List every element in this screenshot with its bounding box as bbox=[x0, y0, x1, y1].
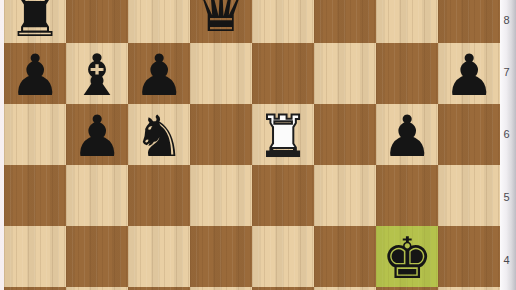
square-g8[interactable] bbox=[376, 0, 438, 43]
square-g4[interactable]: ♚ bbox=[376, 226, 438, 287]
square-f5[interactable] bbox=[314, 165, 376, 226]
square-d5[interactable] bbox=[190, 165, 252, 226]
square-a7[interactable]: ♟ bbox=[4, 43, 66, 104]
square-c7[interactable]: ♟ bbox=[128, 43, 190, 104]
square-h5[interactable] bbox=[438, 165, 500, 226]
square-c8[interactable] bbox=[128, 0, 190, 43]
piece-black-pawn: ♟ bbox=[71, 108, 122, 165]
square-g5[interactable] bbox=[376, 165, 438, 226]
square-f8[interactable] bbox=[314, 0, 376, 43]
piece-black-rook: ♜ bbox=[4, 0, 66, 46]
square-e8[interactable] bbox=[252, 0, 314, 43]
piece-white-rook: ♜ bbox=[257, 108, 308, 165]
square-d7[interactable] bbox=[190, 43, 252, 104]
square-e4[interactable] bbox=[252, 226, 314, 287]
square-g7[interactable] bbox=[376, 43, 438, 104]
square-d6[interactable] bbox=[190, 104, 252, 165]
square-e5[interactable] bbox=[252, 165, 314, 226]
square-e7[interactable] bbox=[252, 43, 314, 104]
square-f6[interactable] bbox=[314, 104, 376, 165]
rank-coordinate-strip: 8 7 6 5 4 bbox=[500, 0, 516, 290]
piece-black-pawn: ♟ bbox=[9, 47, 60, 104]
square-d8[interactable]: ♛ bbox=[190, 0, 252, 43]
square-b5[interactable] bbox=[66, 165, 128, 226]
rank-label-6: 6 bbox=[500, 128, 513, 141]
square-a5[interactable] bbox=[4, 165, 66, 226]
chess-screen: ♜♛♟♝♟♟♟♞♜♟♚ 8 7 6 5 4 bbox=[0, 0, 516, 290]
piece-black-bishop: ♝ bbox=[71, 47, 122, 104]
chess-board: ♜♛♟♝♟♟♟♞♜♟♚ bbox=[4, 0, 500, 290]
square-a8[interactable]: ♜ bbox=[4, 0, 66, 43]
rank-label-7: 7 bbox=[500, 66, 513, 79]
rank-label-8: 8 bbox=[500, 14, 513, 27]
square-h4[interactable] bbox=[438, 226, 500, 287]
square-c5[interactable] bbox=[128, 165, 190, 226]
piece-black-knight: ♞ bbox=[133, 108, 184, 165]
square-g6[interactable]: ♟ bbox=[376, 104, 438, 165]
rank-label-4: 4 bbox=[500, 254, 513, 267]
square-b7[interactable]: ♝ bbox=[66, 43, 128, 104]
square-d4[interactable] bbox=[190, 226, 252, 287]
square-c4[interactable] bbox=[128, 226, 190, 287]
square-h6[interactable] bbox=[438, 104, 500, 165]
square-b8[interactable] bbox=[66, 0, 128, 43]
piece-black-pawn: ♟ bbox=[381, 108, 432, 165]
square-a4[interactable] bbox=[4, 226, 66, 287]
square-h8[interactable] bbox=[438, 0, 500, 43]
piece-black-pawn: ♟ bbox=[443, 47, 494, 104]
square-a6[interactable] bbox=[4, 104, 66, 165]
square-b6[interactable]: ♟ bbox=[66, 104, 128, 165]
square-b4[interactable] bbox=[66, 226, 128, 287]
square-c6[interactable]: ♞ bbox=[128, 104, 190, 165]
piece-black-queen: ♛ bbox=[190, 0, 252, 41]
square-e6[interactable]: ♜ bbox=[252, 104, 314, 165]
square-f4[interactable] bbox=[314, 226, 376, 287]
square-h7[interactable]: ♟ bbox=[438, 43, 500, 104]
rank-label-5: 5 bbox=[500, 191, 513, 204]
piece-black-king: ♚ bbox=[381, 230, 432, 287]
square-f7[interactable] bbox=[314, 43, 376, 104]
piece-black-pawn: ♟ bbox=[133, 47, 184, 104]
